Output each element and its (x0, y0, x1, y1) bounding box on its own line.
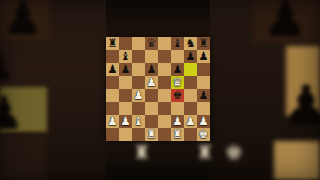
square-h7[interactable]: ♟ (197, 50, 210, 63)
square-a8[interactable]: ♜ (106, 37, 119, 50)
square-b2[interactable]: ♟ (119, 115, 132, 128)
square-c4[interactable]: ♟ (132, 89, 145, 102)
square-f8[interactable]: ♝ (171, 37, 184, 50)
piece-black-king: ♚ (172, 89, 182, 102)
square-e7[interactable] (158, 50, 171, 63)
piece-black-rook: ♜ (107, 37, 117, 50)
square-c2[interactable]: ♝ (132, 115, 145, 128)
piece-white-bishop: ♝ (133, 115, 143, 128)
square-a1[interactable] (106, 128, 119, 141)
square-g4[interactable] (184, 89, 197, 102)
piece-white-pawn: ♟ (120, 115, 130, 128)
bottom-backdrop (106, 141, 210, 180)
square-e2[interactable] (158, 115, 171, 128)
square-a6[interactable]: ♟ (106, 63, 119, 76)
square-a2[interactable]: ♟ (106, 115, 119, 128)
square-b4[interactable] (119, 89, 132, 102)
piece-black-pawn: ♟ (185, 50, 195, 63)
square-g5[interactable] (184, 76, 197, 89)
chess-board: ♜♛♝♞♜♝♟♟♟♟♟♟♟♛♟♚♟♟♟♝♟♟♟♜♜♚ (106, 37, 210, 141)
square-c1[interactable] (132, 128, 145, 141)
square-e1[interactable] (158, 128, 171, 141)
piece-white-pawn: ♟ (146, 76, 156, 89)
square-d4[interactable] (145, 89, 158, 102)
square-e8[interactable] (158, 37, 171, 50)
piece-black-queen: ♛ (146, 37, 156, 50)
square-h4[interactable]: ♟ (197, 89, 210, 102)
square-g1[interactable] (184, 128, 197, 141)
piece-black-pawn: ♟ (198, 89, 208, 102)
square-d1[interactable]: ♜ (145, 128, 158, 141)
square-g6-last-move-from[interactable] (184, 63, 197, 76)
piece-white-pawn: ♟ (107, 115, 117, 128)
square-b5[interactable] (119, 76, 132, 89)
right-blur-panel (210, 0, 320, 180)
piece-black-bishop: ♝ (172, 37, 182, 50)
square-a5[interactable] (106, 76, 119, 89)
square-c7[interactable] (132, 50, 145, 63)
square-e3[interactable] (158, 102, 171, 115)
top-backdrop (106, 0, 210, 37)
square-e5[interactable] (158, 76, 171, 89)
piece-black-pawn: ♟ (198, 50, 208, 63)
square-b6[interactable]: ♟ (119, 63, 132, 76)
square-b1[interactable] (119, 128, 132, 141)
square-g2[interactable]: ♟ (184, 115, 197, 128)
piece-white-rook: ♜ (146, 128, 156, 141)
shorts-video-frame: ♟♟♟♟♟♜♜♚ ♜♛♝♞♜♝♟♟♟♟♟♟♟♛♟♚♟♟♟♝♟♟♟♜♜♚ (0, 0, 320, 180)
piece-white-pawn: ♟ (185, 115, 195, 128)
square-f1[interactable]: ♜ (171, 128, 184, 141)
square-e4[interactable] (158, 89, 171, 102)
square-c8[interactable] (132, 37, 145, 50)
piece-white-pawn: ♟ (133, 89, 143, 102)
square-d3[interactable] (145, 102, 158, 115)
square-g7[interactable]: ♟ (184, 50, 197, 63)
square-d8[interactable]: ♛ (145, 37, 158, 50)
square-a4[interactable] (106, 89, 119, 102)
piece-white-rook: ♜ (172, 128, 182, 141)
square-e6[interactable] (158, 63, 171, 76)
square-h6[interactable] (197, 63, 210, 76)
piece-black-pawn: ♟ (120, 63, 130, 76)
square-h1[interactable]: ♚ (197, 128, 210, 141)
piece-white-king: ♚ (198, 128, 208, 141)
piece-black-pawn: ♟ (107, 63, 117, 76)
square-d5[interactable]: ♟ (145, 76, 158, 89)
square-c6[interactable] (132, 63, 145, 76)
square-f4-check[interactable]: ♚ (171, 89, 184, 102)
left-blur-panel (0, 0, 106, 180)
